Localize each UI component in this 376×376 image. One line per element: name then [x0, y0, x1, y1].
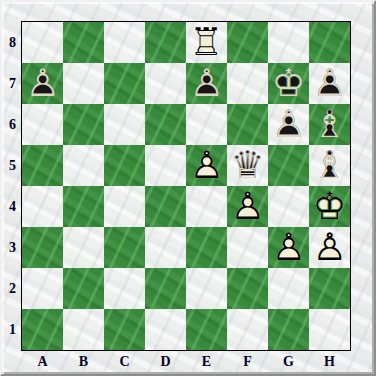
square-f1[interactable] — [227, 309, 268, 350]
square-a4[interactable] — [22, 186, 63, 227]
file-label-c: C — [104, 353, 145, 371]
square-b2[interactable] — [63, 268, 104, 309]
square-g3[interactable]: ♟♙ — [268, 227, 309, 268]
square-d7[interactable] — [145, 63, 186, 104]
square-d2[interactable] — [145, 268, 186, 309]
piece-white-king[interactable]: ♚♔ — [309, 186, 350, 227]
square-g8[interactable] — [268, 22, 309, 63]
piece-black-queen[interactable]: ♛♕ — [227, 145, 268, 186]
file-label-g: G — [268, 353, 309, 371]
square-e4[interactable] — [186, 186, 227, 227]
black-pawn-glyph-outline: ♙ — [268, 104, 309, 145]
piece-black-bishop[interactable]: ♝♗ — [309, 104, 350, 145]
rank-label-5: 5 — [5, 145, 20, 186]
black-queen-glyph-outline: ♕ — [227, 145, 268, 186]
black-pawn-glyph-outline: ♙ — [22, 63, 63, 104]
black-king-glyph-outline: ♔ — [268, 63, 309, 104]
rank-label-8: 8 — [5, 22, 20, 63]
square-b7[interactable] — [63, 63, 104, 104]
file-label-e: E — [186, 353, 227, 371]
piece-black-king[interactable]: ♚♔ — [268, 63, 309, 104]
black-bishop-glyph-outline: ♗ — [309, 104, 350, 145]
square-c3[interactable] — [104, 227, 145, 268]
rank-label-2: 2 — [5, 268, 20, 309]
white-pawn-glyph-outline: ♙ — [268, 227, 309, 268]
square-c2[interactable] — [104, 268, 145, 309]
square-e3[interactable] — [186, 227, 227, 268]
white-pawn-glyph-outline: ♙ — [186, 145, 227, 186]
rank-label-7: 7 — [5, 63, 20, 104]
square-h6[interactable]: ♝♗ — [309, 104, 350, 145]
square-c1[interactable] — [104, 309, 145, 350]
white-rook-glyph-outline: ♖ — [186, 22, 227, 63]
square-a5[interactable] — [22, 145, 63, 186]
square-g1[interactable] — [268, 309, 309, 350]
square-f5[interactable]: ♛♕ — [227, 145, 268, 186]
piece-black-pawn[interactable]: ♟♙ — [22, 63, 63, 104]
piece-white-pawn[interactable]: ♟♙ — [268, 227, 309, 268]
square-h8[interactable] — [309, 22, 350, 63]
piece-white-rook[interactable]: ♜♖ — [186, 22, 227, 63]
piece-black-pawn[interactable]: ♟♙ — [268, 104, 309, 145]
square-g5[interactable] — [268, 145, 309, 186]
square-g7[interactable]: ♚♔ — [268, 63, 309, 104]
square-a7[interactable]: ♟♙ — [22, 63, 63, 104]
rank-label-1: 1 — [5, 309, 20, 350]
square-f2[interactable] — [227, 268, 268, 309]
square-c6[interactable] — [104, 104, 145, 145]
piece-black-pawn[interactable]: ♟♙ — [186, 63, 227, 104]
square-h3[interactable]: ♟♙ — [309, 227, 350, 268]
rank-label-6: 6 — [5, 104, 20, 145]
black-bishop-glyph-outline: ♗ — [309, 145, 350, 186]
square-g6[interactable]: ♟♙ — [268, 104, 309, 145]
piece-white-pawn[interactable]: ♟♙ — [186, 145, 227, 186]
square-b4[interactable] — [63, 186, 104, 227]
square-h2[interactable] — [309, 268, 350, 309]
square-f8[interactable] — [227, 22, 268, 63]
black-pawn-glyph-outline: ♙ — [309, 63, 350, 104]
square-e1[interactable] — [186, 309, 227, 350]
white-pawn-glyph-outline: ♙ — [309, 227, 350, 268]
square-f7[interactable] — [227, 63, 268, 104]
square-d8[interactable] — [145, 22, 186, 63]
square-b1[interactable] — [63, 309, 104, 350]
square-d3[interactable] — [145, 227, 186, 268]
square-a1[interactable] — [22, 309, 63, 350]
piece-white-pawn[interactable]: ♟♙ — [227, 186, 268, 227]
square-d1[interactable] — [145, 309, 186, 350]
square-f4[interactable]: ♟♙ — [227, 186, 268, 227]
black-pawn-glyph-outline: ♙ — [186, 63, 227, 104]
rank-label-4: 4 — [5, 186, 20, 227]
square-g2[interactable] — [268, 268, 309, 309]
square-e7[interactable]: ♟♙ — [186, 63, 227, 104]
chess-board: ♜♖♟♙♟♙♚♔♟♙♟♙♝♗♟♙♛♕♝♗♟♙♚♔♟♙♟♙ — [21, 21, 351, 351]
file-label-h: H — [309, 353, 350, 371]
piece-black-pawn[interactable]: ♟♙ — [309, 63, 350, 104]
square-e5[interactable]: ♟♙ — [186, 145, 227, 186]
square-d4[interactable] — [145, 186, 186, 227]
square-c4[interactable] — [104, 186, 145, 227]
file-label-b: B — [63, 353, 104, 371]
square-e8[interactable]: ♜♖ — [186, 22, 227, 63]
square-f6[interactable] — [227, 104, 268, 145]
piece-white-pawn[interactable]: ♟♙ — [309, 227, 350, 268]
square-c8[interactable] — [104, 22, 145, 63]
square-g4[interactable] — [268, 186, 309, 227]
square-h1[interactable] — [309, 309, 350, 350]
square-b6[interactable] — [63, 104, 104, 145]
square-b5[interactable] — [63, 145, 104, 186]
square-e2[interactable] — [186, 268, 227, 309]
chess-diagram: ♜♖♟♙♟♙♚♔♟♙♟♙♝♗♟♙♛♕♝♗♟♙♚♔♟♙♟♙ 87654321 AB… — [0, 0, 376, 376]
square-h5[interactable]: ♝♗ — [309, 145, 350, 186]
square-a2[interactable] — [22, 268, 63, 309]
file-label-d: D — [145, 353, 186, 371]
square-e6[interactable] — [186, 104, 227, 145]
square-c7[interactable] — [104, 63, 145, 104]
rank-label-3: 3 — [5, 227, 20, 268]
square-h4[interactable]: ♚♔ — [309, 186, 350, 227]
white-king-glyph-outline: ♔ — [309, 186, 350, 227]
square-d5[interactable] — [145, 145, 186, 186]
white-pawn-glyph-outline: ♙ — [227, 186, 268, 227]
square-d6[interactable] — [145, 104, 186, 145]
square-a6[interactable] — [22, 104, 63, 145]
square-f3[interactable] — [227, 227, 268, 268]
square-b8[interactable] — [63, 22, 104, 63]
square-a8[interactable] — [22, 22, 63, 63]
square-b3[interactable] — [63, 227, 104, 268]
file-label-a: A — [22, 353, 63, 371]
file-label-f: F — [227, 353, 268, 371]
piece-black-bishop[interactable]: ♝♗ — [309, 145, 350, 186]
square-a3[interactable] — [22, 227, 63, 268]
square-h7[interactable]: ♟♙ — [309, 63, 350, 104]
square-c5[interactable] — [104, 145, 145, 186]
